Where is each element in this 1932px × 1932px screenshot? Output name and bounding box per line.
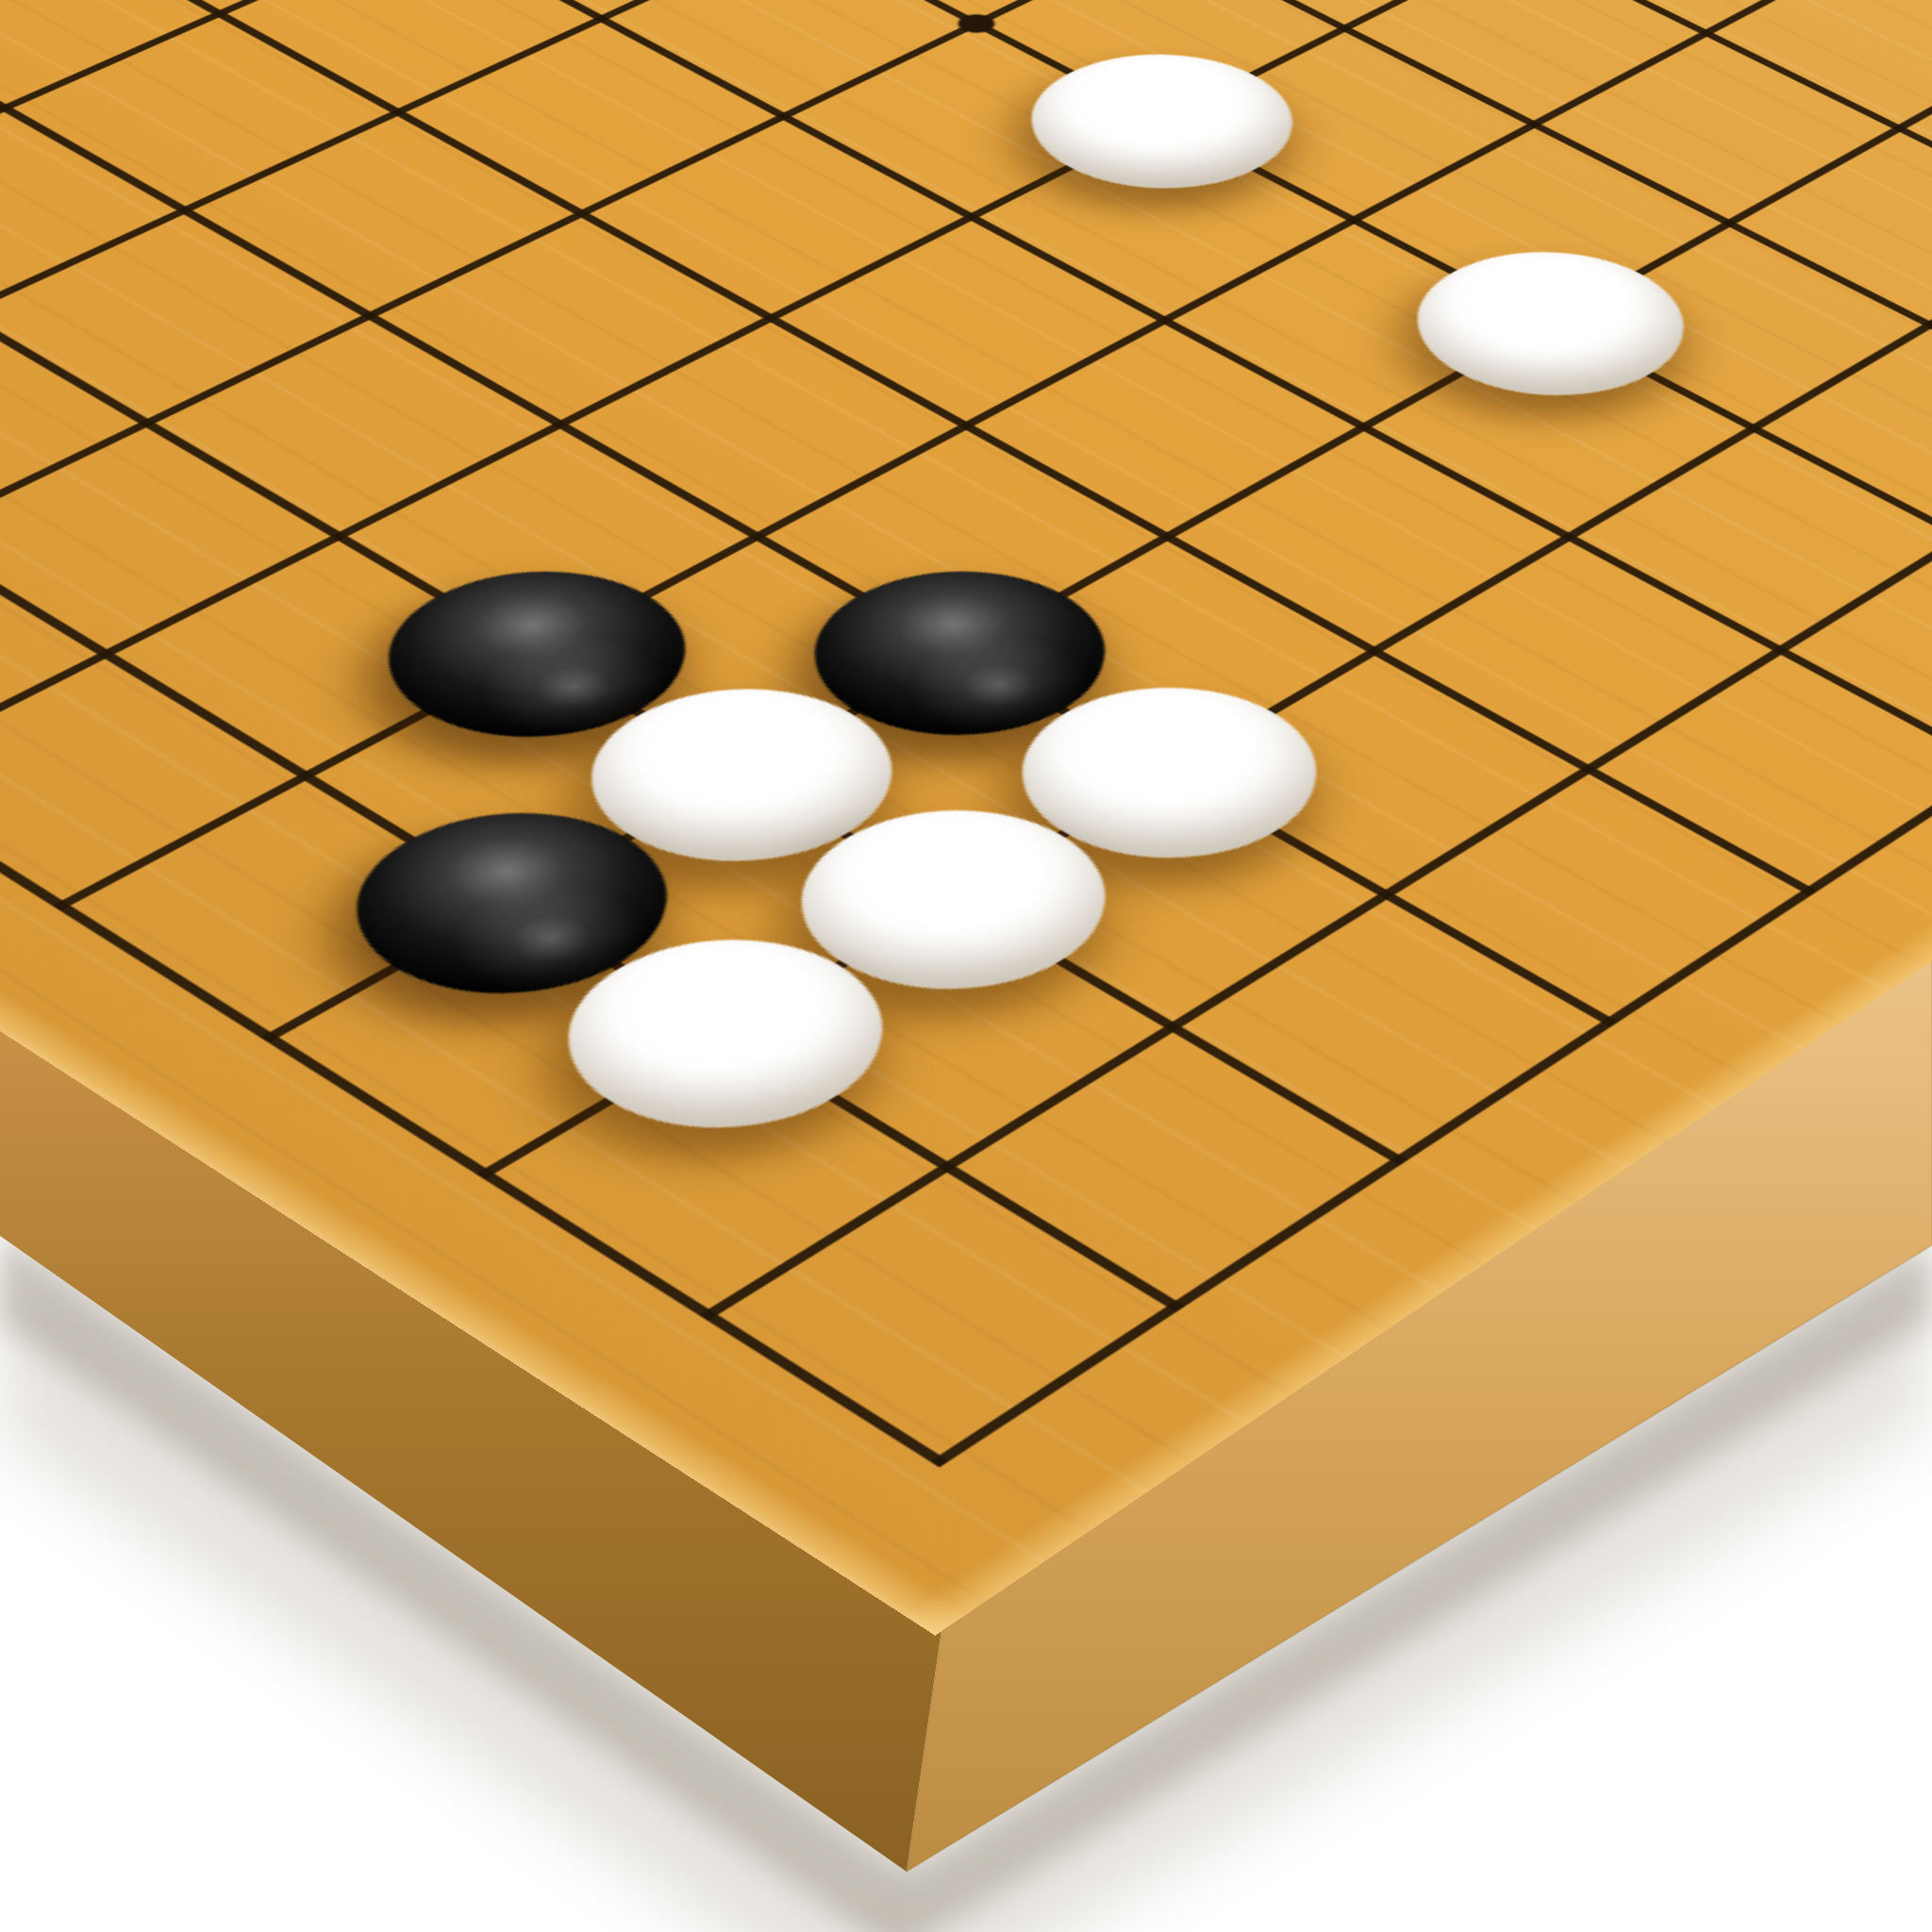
go-board-photo: ○○●●○○●○○: [0, 0, 1932, 1932]
grid-line-vertical: [675, 0, 1932, 236]
grid-line-vertical: [837, 0, 1932, 143]
grid-line-vertical: [0, 0, 1818, 896]
grid-line-vertical: [146, 0, 1932, 541]
grid-line-vertical: [993, 0, 1932, 55]
grid-line-horizontal: [0, 0, 1636, 425]
